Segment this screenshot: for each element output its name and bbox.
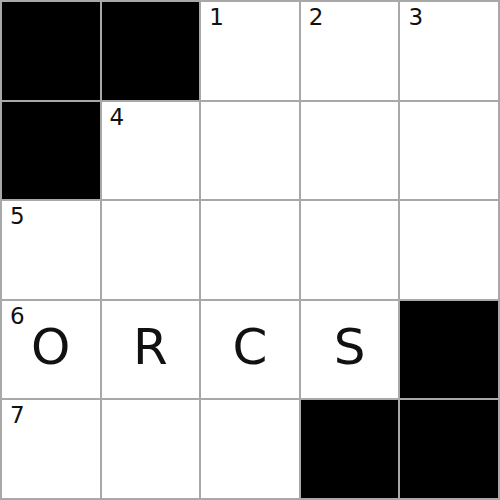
cell-letter: R	[133, 318, 168, 376]
clue-number: 7	[10, 403, 25, 428]
grid-cell[interactable]: 5	[2, 201, 100, 299]
cell-letter: C	[233, 318, 268, 376]
clue-number: 4	[110, 105, 125, 130]
grid-cell[interactable]: 3	[400, 2, 498, 100]
black-cell	[400, 400, 498, 498]
grid-cell[interactable]: 2	[301, 2, 399, 100]
clue-number: 1	[209, 5, 224, 30]
grid-cell[interactable]: C	[201, 301, 299, 399]
grid-cell[interactable]	[201, 102, 299, 200]
black-cell	[400, 301, 498, 399]
clue-number: 3	[408, 5, 423, 30]
cell-letter: S	[334, 318, 366, 376]
grid-cell[interactable]	[400, 201, 498, 299]
cell-letter: O	[31, 318, 70, 376]
grid-cell[interactable]	[201, 400, 299, 498]
clue-number: 2	[309, 5, 324, 30]
grid-cell[interactable]	[400, 102, 498, 200]
crossword-grid: 123456ORCS7	[0, 0, 500, 500]
grid-cell[interactable]: 1	[201, 2, 299, 100]
grid-cell[interactable]: 6O	[2, 301, 100, 399]
grid-cell[interactable]: 4	[102, 102, 200, 200]
grid-cell[interactable]: 7	[2, 400, 100, 498]
clue-number: 5	[10, 204, 25, 229]
black-cell	[2, 102, 100, 200]
black-cell	[2, 2, 100, 100]
clue-number: 6	[10, 304, 25, 329]
grid-cell[interactable]: R	[102, 301, 200, 399]
grid-cell[interactable]: S	[301, 301, 399, 399]
grid-cell[interactable]	[301, 201, 399, 299]
grid-cell[interactable]	[301, 102, 399, 200]
grid-cell[interactable]	[102, 400, 200, 498]
grid-cell[interactable]	[102, 201, 200, 299]
grid-cell[interactable]	[201, 201, 299, 299]
black-cell	[301, 400, 399, 498]
black-cell	[102, 2, 200, 100]
